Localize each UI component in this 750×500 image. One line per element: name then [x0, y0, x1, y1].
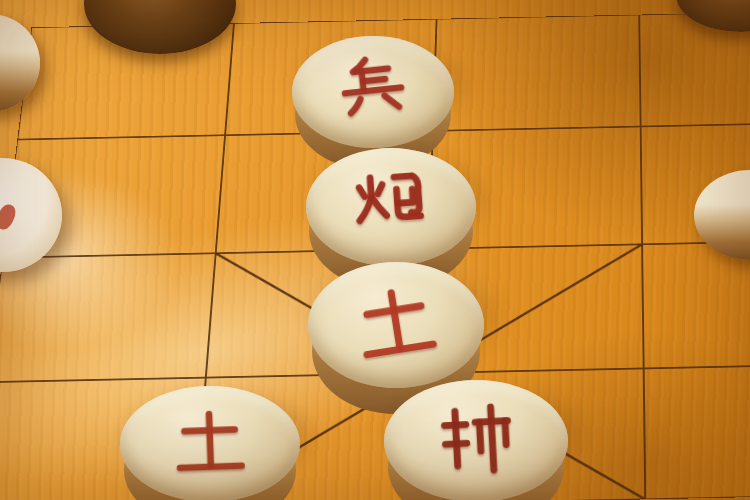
piece-face: 士	[120, 386, 300, 500]
board-cell	[0, 253, 216, 382]
xiangqi-board-photo: 兵 炮 士	[0, 0, 750, 500]
cannon-glyph-icon	[336, 160, 447, 250]
piece-face: 炮	[306, 148, 476, 266]
piece-face: 帥	[384, 380, 568, 500]
general-glyph-icon	[417, 394, 535, 485]
soldier-glyph-icon	[319, 46, 427, 134]
board-cell	[642, 240, 750, 369]
advisor-glyph-icon	[153, 400, 267, 485]
board-cell	[644, 364, 750, 500]
advisor-glyph-icon	[335, 271, 457, 375]
piece-face: 士	[308, 262, 484, 388]
partial-red-character	[0, 202, 19, 232]
piece-face: 兵	[292, 36, 454, 148]
